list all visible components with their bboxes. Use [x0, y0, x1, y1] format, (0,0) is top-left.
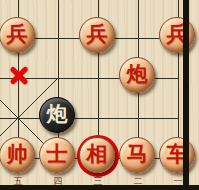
board-right-border	[183, 0, 189, 190]
piece-glyph: 炮	[47, 104, 68, 125]
piece-red-cannon[interactable]: 炮	[119, 57, 155, 93]
piece-glyph: 相	[87, 144, 108, 165]
piece-glyph: 士	[47, 144, 68, 165]
piece-red-general[interactable]: 帅	[0, 137, 35, 173]
piece-red-horse[interactable]: 马	[119, 137, 155, 173]
piece-red-soldier[interactable]: 兵	[0, 17, 35, 53]
piece-glyph: 炮	[127, 64, 148, 85]
piece-black-cannon[interactable]: 炮	[39, 97, 75, 133]
piece-red-advisor[interactable]: 士	[39, 137, 75, 173]
piece-red-chariot[interactable]: 车	[159, 137, 195, 173]
piece-glyph: 马	[127, 144, 148, 165]
xiangqi-board-view: 兵兵兵炮炮帅士相马车五四三二一	[0, 0, 199, 190]
piece-red-soldier[interactable]: 兵	[159, 17, 195, 53]
board-bottom-border	[0, 185, 199, 190]
piece-glyph: 兵	[7, 24, 28, 45]
piece-red-soldier[interactable]: 兵	[79, 17, 115, 53]
piece-glyph: 兵	[87, 24, 108, 45]
piece-red-elephant[interactable]: 相	[79, 137, 115, 173]
piece-glyph: 帅	[7, 144, 28, 165]
